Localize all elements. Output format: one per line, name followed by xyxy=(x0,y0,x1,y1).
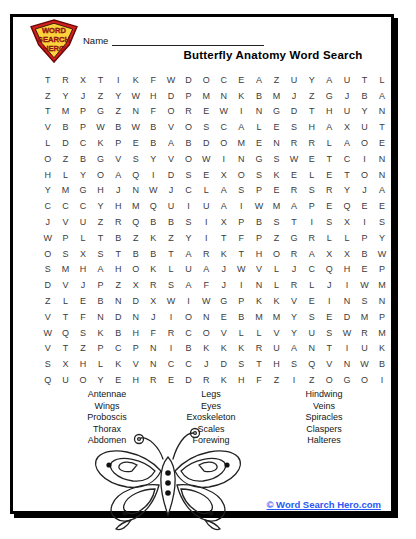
grid-cell: D xyxy=(338,309,356,325)
grid-cell: Q xyxy=(127,214,145,230)
grid-cell: H xyxy=(127,372,145,388)
grid-cell: P xyxy=(74,104,92,120)
grid-cell: A xyxy=(321,119,339,135)
grid-cell: Q xyxy=(321,262,339,278)
grid-cell: J xyxy=(285,262,303,278)
grid-cell: W xyxy=(145,183,163,199)
grid-cell: R xyxy=(285,246,303,262)
grid-cell: S xyxy=(303,309,321,325)
grid-cell: M xyxy=(373,325,391,341)
grid-cell: S xyxy=(373,214,391,230)
grid-cell: M xyxy=(233,135,251,151)
grid-cell: P xyxy=(180,88,198,104)
grid-cell: B xyxy=(162,214,180,230)
grid-cell: W xyxy=(338,325,356,341)
grid-cell: Q xyxy=(127,167,145,183)
grid-cell: T xyxy=(250,356,268,372)
grid-cell: L xyxy=(57,167,75,183)
grid-cell: S xyxy=(180,167,198,183)
grid-cell: S xyxy=(74,325,92,341)
grid-cell: M xyxy=(268,88,286,104)
grid-cell: T xyxy=(92,72,110,88)
grid-cell: V xyxy=(39,341,57,357)
grid-cell: N xyxy=(268,135,286,151)
grid-cell: V xyxy=(321,356,339,372)
grid-cell: S xyxy=(39,262,57,278)
grid-cell: D xyxy=(162,88,180,104)
grid-cell: O xyxy=(39,151,57,167)
grid-cell: H xyxy=(250,246,268,262)
grid-cell: T xyxy=(39,72,57,88)
grid-cell: C xyxy=(180,325,198,341)
grid-cell: N xyxy=(338,356,356,372)
grid-cell: N xyxy=(127,104,145,120)
grid-cell: E xyxy=(233,72,251,88)
grid-cell: U xyxy=(338,72,356,88)
grid-cell: H xyxy=(74,262,92,278)
grid-cell: K xyxy=(197,341,215,357)
grid-cell: T xyxy=(57,309,75,325)
grid-cell: M xyxy=(127,198,145,214)
grid-cell: G xyxy=(215,293,233,309)
grid-cell: J xyxy=(321,277,339,293)
grid-cell: R xyxy=(180,104,198,120)
grid-cell: S xyxy=(250,167,268,183)
grid-cell: W xyxy=(250,198,268,214)
grid-cell: Z xyxy=(127,230,145,246)
grid-cell: Y xyxy=(285,309,303,325)
grid-cell: L xyxy=(303,167,321,183)
grid-cell: A xyxy=(215,198,233,214)
grid-cell: A xyxy=(321,72,339,88)
grid-cell: K xyxy=(145,262,163,278)
grid-cell: H xyxy=(303,119,321,135)
grid-cell: V xyxy=(57,214,75,230)
grid-cell: A xyxy=(338,135,356,151)
grid-cell: Q xyxy=(303,356,321,372)
grid-cell: B xyxy=(127,246,145,262)
grid-cell: L xyxy=(250,325,268,341)
grid-cell: W xyxy=(233,262,251,278)
grid-cell: F xyxy=(197,277,215,293)
grid-cell: D xyxy=(162,167,180,183)
name-row: Name xyxy=(83,35,264,46)
grid-cell: O xyxy=(197,72,215,88)
grid-cell: K xyxy=(109,356,127,372)
grid-cell: H xyxy=(268,356,286,372)
grid-cell: C xyxy=(180,356,198,372)
grid-cell: L xyxy=(233,325,251,341)
grid-cell: H xyxy=(74,356,92,372)
grid-cell: L xyxy=(57,293,75,309)
grid-cell: J xyxy=(145,309,163,325)
grid-cell: G xyxy=(92,151,110,167)
grid-cell: K xyxy=(268,293,286,309)
grid-cell: C xyxy=(338,151,356,167)
grid-cell: T xyxy=(303,104,321,120)
grid-cell: S xyxy=(197,119,215,135)
grid-cell: W xyxy=(285,151,303,167)
grid-cell: F xyxy=(250,372,268,388)
grid-cell: W xyxy=(39,230,57,246)
grid-cell: E xyxy=(268,119,286,135)
grid-cell: V xyxy=(127,356,145,372)
grid-cell: I xyxy=(356,151,374,167)
grid-cell: A xyxy=(285,341,303,357)
grid-cell: L xyxy=(373,72,391,88)
word-column-3: HindwingVeinsSpiraclesClaspersHalteres xyxy=(265,389,383,447)
grid-cell: N xyxy=(338,293,356,309)
grid-cell: E xyxy=(321,198,339,214)
grid-cell: P xyxy=(356,230,374,246)
grid-cell: O xyxy=(321,372,339,388)
grid-cell: S xyxy=(285,119,303,135)
grid-cell: C xyxy=(57,198,75,214)
grid-cell: H xyxy=(109,198,127,214)
grid-cell: R xyxy=(197,372,215,388)
grid-cell: I xyxy=(321,293,339,309)
grid-cell: W xyxy=(39,325,57,341)
grid-cell: S xyxy=(321,214,339,230)
grid-cell: C xyxy=(303,262,321,278)
grid-cell: W xyxy=(162,72,180,88)
grid-cell: E xyxy=(321,167,339,183)
grid-cell: C xyxy=(215,72,233,88)
grid-cell: Z xyxy=(303,372,321,388)
grid-cell: U xyxy=(180,262,198,278)
grid-cell: O xyxy=(197,325,215,341)
puzzle-title: Butterfly Anatomy Word Search xyxy=(153,49,393,61)
grid-cell: I xyxy=(373,372,391,388)
grid-cell: I xyxy=(197,214,215,230)
grid-cell: N xyxy=(145,356,163,372)
grid-cell: F xyxy=(145,72,163,88)
grid-cell: K xyxy=(268,167,286,183)
grid-cell: M xyxy=(57,183,75,199)
grid-cell: A xyxy=(180,277,198,293)
grid-cell: Z xyxy=(109,104,127,120)
grid-cell: Q xyxy=(338,198,356,214)
grid-cell: N xyxy=(373,151,391,167)
grid-cell: P xyxy=(373,262,391,278)
grid-cell: L xyxy=(321,135,339,151)
grid-cell: O xyxy=(356,167,374,183)
grid-cell: U xyxy=(285,72,303,88)
grid-cell: S xyxy=(303,183,321,199)
grid-cell: V xyxy=(215,325,233,341)
grid-cell: W xyxy=(162,293,180,309)
grid-cell: K xyxy=(233,88,251,104)
grid-cell: K xyxy=(92,325,110,341)
grid-cell: T xyxy=(39,104,57,120)
grid-cell: Y xyxy=(57,88,75,104)
grid-cell: I xyxy=(197,230,215,246)
grid-cell: K xyxy=(145,230,163,246)
grid-cell: K xyxy=(233,341,251,357)
grid-cell: T xyxy=(373,119,391,135)
grid-cell: Z xyxy=(57,151,75,167)
grid-cell: I xyxy=(109,72,127,88)
grid-cell: Z xyxy=(39,293,57,309)
grid-cell: E xyxy=(285,167,303,183)
grid-cell: G xyxy=(268,104,286,120)
grid-cell: O xyxy=(233,167,251,183)
grid-cell: C xyxy=(180,183,198,199)
grid-cell: T xyxy=(215,230,233,246)
word-item: Spiracles xyxy=(265,412,383,424)
grid-cell: P xyxy=(74,119,92,135)
grid-cell: B xyxy=(145,214,163,230)
grid-cell: D xyxy=(197,135,215,151)
grid-cell: R xyxy=(285,277,303,293)
grid-cell: E xyxy=(197,104,215,120)
grid-cell: E xyxy=(321,309,339,325)
grid-cell: C xyxy=(74,135,92,151)
grid-cell: D xyxy=(39,277,57,293)
grid-cell: X xyxy=(338,246,356,262)
grid-cell: I xyxy=(180,293,198,309)
word-item: Hindwing xyxy=(265,389,383,401)
grid-cell: D xyxy=(109,309,127,325)
grid-cell: O xyxy=(162,104,180,120)
grid-cell: K xyxy=(127,72,145,88)
grid-cell: X xyxy=(338,214,356,230)
grid-cell: O xyxy=(180,119,198,135)
grid-cell: S xyxy=(233,356,251,372)
grid-cell: R xyxy=(197,246,215,262)
grid-cell: M xyxy=(197,88,215,104)
grid-cell: W xyxy=(197,151,215,167)
grid-cell: P xyxy=(109,135,127,151)
grid-cell: J xyxy=(285,88,303,104)
grid-cell: D xyxy=(57,135,75,151)
grid-cell: R xyxy=(57,72,75,88)
grid-cell: Z xyxy=(268,72,286,88)
grid-cell: Z xyxy=(74,341,92,357)
grid-cell: U xyxy=(268,341,286,357)
grid-cell: U xyxy=(57,372,75,388)
grid-cell: J xyxy=(39,214,57,230)
grid-cell: T xyxy=(233,246,251,262)
grid-cell: X xyxy=(338,119,356,135)
grid-cell: V xyxy=(39,309,57,325)
grid-cell: Z xyxy=(162,230,180,246)
grid-cell: N xyxy=(373,167,391,183)
word-item: Claspers xyxy=(265,424,383,436)
grid-cell: N xyxy=(250,277,268,293)
letter-grid: TRXTIKFWDOCEAZUYAUTLZYJZYWHDPMNKBMJZGJBA… xyxy=(39,72,391,388)
grid-cell: M xyxy=(268,198,286,214)
grid-cell: Y xyxy=(285,325,303,341)
grid-cell: Z xyxy=(92,214,110,230)
grid-cell: F xyxy=(145,104,163,120)
grid-cell: A xyxy=(197,262,215,278)
grid-cell: L xyxy=(268,277,286,293)
grid-cell: H xyxy=(39,167,57,183)
grid-cell: X xyxy=(57,356,75,372)
grid-cell: W xyxy=(127,119,145,135)
grid-cell: H xyxy=(127,325,145,341)
word-item: Halteres xyxy=(265,435,383,447)
grid-cell: S xyxy=(356,293,374,309)
grid-cell: B xyxy=(233,309,251,325)
grid-cell: L xyxy=(268,262,286,278)
grid-cell: T xyxy=(321,341,339,357)
grid-cell: B xyxy=(180,341,198,357)
grid-cell: Y xyxy=(92,372,110,388)
grid-cell: A xyxy=(92,262,110,278)
grid-cell: S xyxy=(92,246,110,262)
grid-cell: N xyxy=(127,183,145,199)
logo-text-search: SEARCH xyxy=(38,35,70,44)
grid-cell: B xyxy=(180,135,198,151)
grid-cell: E xyxy=(215,309,233,325)
grid-cell: T xyxy=(285,214,303,230)
grid-cell: S xyxy=(268,151,286,167)
grid-cell: E xyxy=(303,293,321,309)
grid-cell: M xyxy=(373,277,391,293)
grid-cell: Y xyxy=(92,198,110,214)
grid-cell: R xyxy=(162,325,180,341)
grid-cell: R xyxy=(303,230,321,246)
grid-cell: S xyxy=(57,246,75,262)
grid-cell: E xyxy=(109,372,127,388)
grid-cell: O xyxy=(39,246,57,262)
grid-cell: B xyxy=(109,119,127,135)
logo-text-word: WORD xyxy=(42,26,67,35)
grid-cell: R xyxy=(109,214,127,230)
grid-cell: C xyxy=(39,198,57,214)
grid-cell: Z xyxy=(39,88,57,104)
grid-cell: B xyxy=(57,119,75,135)
grid-cell: Y xyxy=(109,88,127,104)
grid-cell: J xyxy=(215,277,233,293)
grid-cell: D xyxy=(285,104,303,120)
grid-cell: S xyxy=(321,325,339,341)
grid-cell: A xyxy=(285,198,303,214)
grid-cell: L xyxy=(321,230,339,246)
grid-cell: N xyxy=(197,309,215,325)
grid-cell: L xyxy=(338,230,356,246)
footer-link[interactable]: © Word Search Hero.com xyxy=(266,499,381,510)
grid-cell: Y xyxy=(373,230,391,246)
grid-cell: B xyxy=(109,230,127,246)
grid-cell: A xyxy=(250,72,268,88)
grid-cell: I xyxy=(338,341,356,357)
grid-cell: K xyxy=(92,135,110,151)
grid-cell: O xyxy=(92,167,110,183)
grid-cell: W xyxy=(127,88,145,104)
grid-cell: V xyxy=(268,325,286,341)
grid-cell: J xyxy=(338,88,356,104)
grid-cell: X xyxy=(145,293,163,309)
grid-cell: B xyxy=(145,246,163,262)
grid-cell: P xyxy=(57,230,75,246)
grid-cell: E xyxy=(373,135,391,151)
grid-cell: U xyxy=(197,198,215,214)
grid-cell: N xyxy=(303,341,321,357)
grid-cell: K xyxy=(373,341,391,357)
grid-cell: B xyxy=(74,151,92,167)
grid-cell: A xyxy=(162,135,180,151)
grid-cell: F xyxy=(74,309,92,325)
grid-cell: I xyxy=(338,277,356,293)
grid-cell: I xyxy=(233,277,251,293)
grid-cell: F xyxy=(233,230,251,246)
grid-cell: O xyxy=(74,372,92,388)
grid-cell: R xyxy=(356,325,374,341)
grid-cell: W xyxy=(92,119,110,135)
grid-cell: E xyxy=(373,198,391,214)
grid-cell: X xyxy=(321,246,339,262)
grid-cell: W xyxy=(215,104,233,120)
grid-cell: Q xyxy=(57,325,75,341)
grid-cell: H xyxy=(109,262,127,278)
grid-cell: D xyxy=(127,293,145,309)
grid-cell: R xyxy=(250,341,268,357)
grid-cell: I xyxy=(233,198,251,214)
grid-cell: P xyxy=(250,230,268,246)
grid-cell: V xyxy=(162,119,180,135)
grid-cell: V xyxy=(57,277,75,293)
grid-cell: L xyxy=(39,135,57,151)
grid-cell: B xyxy=(109,325,127,341)
grid-cell: G xyxy=(321,88,339,104)
grid-cell: T xyxy=(338,167,356,183)
grid-cell: B xyxy=(92,293,110,309)
grid-cell: V xyxy=(109,151,127,167)
grid-cell: U xyxy=(356,341,374,357)
grid-cell: J xyxy=(74,88,92,104)
grid-cell: B xyxy=(250,88,268,104)
grid-cell: P xyxy=(233,214,251,230)
grid-cell: N xyxy=(145,341,163,357)
grid-cell: L xyxy=(197,183,215,199)
grid-cell: T xyxy=(321,151,339,167)
grid-cell: J xyxy=(356,183,374,199)
grid-cell: A xyxy=(180,246,198,262)
grid-cell: O xyxy=(356,135,374,151)
grid-cell: P xyxy=(233,293,251,309)
grid-cell: L xyxy=(92,356,110,372)
grid-cell: V xyxy=(162,151,180,167)
grid-cell: H xyxy=(338,262,356,278)
grid-cell: Y xyxy=(338,183,356,199)
grid-cell: K xyxy=(215,372,233,388)
grid-cell: B xyxy=(356,246,374,262)
grid-cell: Y xyxy=(74,167,92,183)
grid-cell: E xyxy=(250,135,268,151)
grid-cell: X xyxy=(74,246,92,262)
grid-cell: W xyxy=(356,277,374,293)
grid-cell: G xyxy=(285,230,303,246)
grid-cell: I xyxy=(145,167,163,183)
grid-cell: N xyxy=(250,104,268,120)
grid-cell: L xyxy=(162,262,180,278)
grid-cell: D xyxy=(180,72,198,88)
worksheet-frame: WORD SEARCH HERO Name Butterfly Anatomy … xyxy=(10,14,394,514)
grid-cell: O xyxy=(356,372,374,388)
grid-cell: Z xyxy=(303,88,321,104)
grid-cell: A xyxy=(373,183,391,199)
grid-cell: S xyxy=(233,183,251,199)
grid-cell: G xyxy=(92,104,110,120)
grid-cell: S xyxy=(180,214,198,230)
grid-cell: X xyxy=(74,72,92,88)
grid-cell: B xyxy=(145,135,163,151)
grid-cell: I xyxy=(285,372,303,388)
grid-cell: M xyxy=(268,309,286,325)
